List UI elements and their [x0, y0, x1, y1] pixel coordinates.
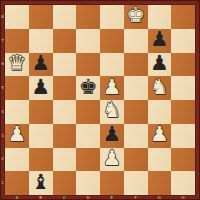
square-a1[interactable]: [5, 171, 29, 195]
square-d8[interactable]: [76, 5, 100, 29]
square-g6[interactable]: ♟: [148, 53, 172, 77]
file-label-c: C: [53, 195, 77, 200]
file-label-d: D: [76, 195, 100, 200]
square-d4[interactable]: [76, 100, 100, 124]
square-b8[interactable]: [29, 5, 53, 29]
square-b6[interactable]: ♟: [29, 53, 53, 77]
square-g1[interactable]: [148, 171, 172, 195]
square-a7[interactable]: [5, 29, 29, 53]
rank-labels: 87654321: [0, 5, 5, 195]
square-c7[interactable]: [53, 29, 77, 53]
square-h3[interactable]: [171, 124, 195, 148]
square-g4[interactable]: [148, 100, 172, 124]
square-c6[interactable]: [53, 53, 77, 77]
square-b3[interactable]: [29, 124, 53, 148]
piece-black-pawn-e3[interactable]: ♟: [102, 124, 121, 145]
square-a5[interactable]: [5, 76, 29, 100]
square-b1[interactable]: ♝: [29, 171, 53, 195]
square-h1[interactable]: [171, 171, 195, 195]
piece-white-pawn-a3[interactable]: ♟: [7, 124, 26, 145]
piece-white-pawn-e5[interactable]: ♟: [102, 77, 121, 98]
file-label-g: G: [148, 195, 172, 200]
rank-label-8: 8: [0, 5, 5, 29]
square-e2[interactable]: ♟: [100, 148, 124, 172]
square-f4[interactable]: [124, 100, 148, 124]
file-label-f: F: [124, 195, 148, 200]
square-h5[interactable]: [171, 76, 195, 100]
square-a6[interactable]: ♛: [5, 53, 29, 77]
square-e4[interactable]: ♞: [100, 100, 124, 124]
file-labels: ABCDEFGH: [5, 195, 195, 200]
square-g2[interactable]: [148, 148, 172, 172]
square-c4[interactable]: [53, 100, 77, 124]
square-c2[interactable]: [53, 148, 77, 172]
square-e3[interactable]: ♟: [100, 124, 124, 148]
piece-white-knight-e4[interactable]: ♞: [102, 100, 121, 121]
square-g5[interactable]: ♞: [148, 76, 172, 100]
file-label-e: E: [100, 195, 124, 200]
square-b2[interactable]: [29, 148, 53, 172]
square-c1[interactable]: [53, 171, 77, 195]
square-f1[interactable]: [124, 171, 148, 195]
piece-black-pawn-b5[interactable]: ♟: [31, 77, 50, 98]
rank-label-1: 1: [0, 171, 5, 195]
square-h6[interactable]: [171, 53, 195, 77]
square-b4[interactable]: [29, 100, 53, 124]
chessboard-app: ♚♟♛♟♟♟♚♟♞♞♟♟♟♟♝ 87654321 ABCDEFGH: [0, 0, 200, 200]
file-label-h: H: [171, 195, 195, 200]
file-label-a: A: [5, 195, 29, 200]
square-a4[interactable]: [5, 100, 29, 124]
piece-black-pawn-g6[interactable]: ♟: [150, 53, 169, 74]
square-b7[interactable]: [29, 29, 53, 53]
piece-black-bishop-b1[interactable]: ♝: [31, 172, 50, 193]
square-a8[interactable]: [5, 5, 29, 29]
chess-board[interactable]: ♚♟♛♟♟♟♚♟♞♞♟♟♟♟♝: [5, 5, 195, 195]
square-d6[interactable]: [76, 53, 100, 77]
piece-black-pawn-b6[interactable]: ♟: [31, 53, 50, 74]
rank-label-3: 3: [0, 124, 5, 148]
square-f6[interactable]: [124, 53, 148, 77]
square-g3[interactable]: ♟: [148, 124, 172, 148]
square-h7[interactable]: [171, 29, 195, 53]
square-g7[interactable]: ♟: [148, 29, 172, 53]
square-h2[interactable]: [171, 148, 195, 172]
square-f3[interactable]: [124, 124, 148, 148]
piece-white-pawn-g3[interactable]: ♟: [150, 124, 169, 145]
square-e8[interactable]: [100, 5, 124, 29]
piece-white-king-f8[interactable]: ♚: [126, 5, 145, 26]
square-c5[interactable]: [53, 76, 77, 100]
square-e7[interactable]: [100, 29, 124, 53]
file-label-b: B: [29, 195, 53, 200]
rank-label-4: 4: [0, 100, 5, 124]
piece-white-knight-g5[interactable]: ♞: [150, 77, 169, 98]
rank-label-7: 7: [0, 29, 5, 53]
rank-label-2: 2: [0, 148, 5, 172]
square-h4[interactable]: [171, 100, 195, 124]
rank-label-5: 5: [0, 76, 5, 100]
square-f7[interactable]: [124, 29, 148, 53]
square-d1[interactable]: [76, 171, 100, 195]
rank-label-6: 6: [0, 53, 5, 77]
piece-white-pawn-e2[interactable]: ♟: [102, 148, 121, 169]
square-a3[interactable]: ♟: [5, 124, 29, 148]
piece-white-queen-a6[interactable]: ♛: [7, 53, 26, 74]
square-e5[interactable]: ♟: [100, 76, 124, 100]
square-d2[interactable]: [76, 148, 100, 172]
square-d3[interactable]: [76, 124, 100, 148]
square-b5[interactable]: ♟: [29, 76, 53, 100]
square-f2[interactable]: [124, 148, 148, 172]
square-f5[interactable]: [124, 76, 148, 100]
square-g8[interactable]: [148, 5, 172, 29]
square-c8[interactable]: [53, 5, 77, 29]
square-c3[interactable]: [53, 124, 77, 148]
square-h8[interactable]: [171, 5, 195, 29]
piece-black-pawn-g7[interactable]: ♟: [150, 29, 169, 50]
square-a2[interactable]: [5, 148, 29, 172]
square-e6[interactable]: [100, 53, 124, 77]
square-d5[interactable]: ♚: [76, 76, 100, 100]
square-d7[interactable]: [76, 29, 100, 53]
square-f8[interactable]: ♚: [124, 5, 148, 29]
piece-black-king-d5[interactable]: ♚: [79, 77, 98, 98]
square-e1[interactable]: [100, 171, 124, 195]
